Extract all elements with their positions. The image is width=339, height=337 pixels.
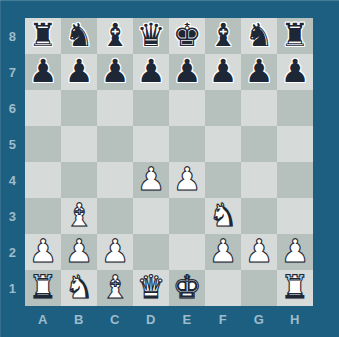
square-b7[interactable]: ♟: [61, 54, 97, 90]
square-f5[interactable]: [205, 126, 241, 162]
square-a4[interactable]: [25, 162, 61, 198]
square-g2[interactable]: ♟: [241, 234, 277, 270]
square-a3[interactable]: [25, 198, 61, 234]
square-e5[interactable]: [169, 126, 205, 162]
square-b2[interactable]: ♟: [61, 234, 97, 270]
file-labels: ABCDEFGH: [25, 306, 313, 332]
rank-label-6: 6: [0, 90, 25, 126]
square-c1[interactable]: ♝: [97, 270, 133, 306]
square-e1[interactable]: ♚: [169, 270, 205, 306]
square-h4[interactable]: [277, 162, 313, 198]
square-a2[interactable]: ♟: [25, 234, 61, 270]
white-pawn-c2[interactable]: ♟: [101, 235, 130, 267]
square-a8[interactable]: ♜: [25, 18, 61, 54]
square-a7[interactable]: ♟: [25, 54, 61, 90]
black-rook-a8[interactable]: ♜: [29, 19, 58, 51]
chess-board-panel: 87654321 ♜♞♝♛♚♝♞♜♟♟♟♟♟♟♟♟♟♟♝♞♟♟♟♟♟♟♜♞♝♛♚…: [0, 0, 339, 337]
square-d6[interactable]: [133, 90, 169, 126]
square-b4[interactable]: [61, 162, 97, 198]
white-rook-a1[interactable]: ♜: [29, 271, 58, 303]
rank-labels: 87654321: [0, 18, 25, 306]
square-g7[interactable]: ♟: [241, 54, 277, 90]
white-pawn-a2[interactable]: ♟: [29, 235, 58, 267]
black-pawn-c7[interactable]: ♟: [101, 55, 130, 87]
rank-label-4: 4: [0, 162, 25, 198]
square-f4[interactable]: [205, 162, 241, 198]
file-label-c: C: [97, 306, 133, 332]
square-a5[interactable]: [25, 126, 61, 162]
black-king-e8[interactable]: ♚: [173, 19, 202, 51]
square-f8[interactable]: ♝: [205, 18, 241, 54]
black-pawn-f7[interactable]: ♟: [209, 55, 238, 87]
white-knight-f3[interactable]: ♞: [209, 199, 238, 231]
black-bishop-c8[interactable]: ♝: [101, 19, 130, 51]
square-d8[interactable]: ♛: [133, 18, 169, 54]
black-pawn-h7[interactable]: ♟: [281, 55, 310, 87]
square-h8[interactable]: ♜: [277, 18, 313, 54]
square-d5[interactable]: [133, 126, 169, 162]
black-pawn-b7[interactable]: ♟: [65, 55, 94, 87]
black-queen-d8[interactable]: ♛: [137, 19, 166, 51]
square-e7[interactable]: ♟: [169, 54, 205, 90]
black-pawn-e7[interactable]: ♟: [173, 55, 202, 87]
square-b1[interactable]: ♞: [61, 270, 97, 306]
square-c6[interactable]: [97, 90, 133, 126]
rank-label-3: 3: [0, 198, 25, 234]
square-d7[interactable]: ♟: [133, 54, 169, 90]
white-queen-d1[interactable]: ♛: [137, 271, 166, 303]
file-label-h: H: [277, 306, 313, 332]
black-bishop-f8[interactable]: ♝: [209, 19, 238, 51]
square-g4[interactable]: [241, 162, 277, 198]
white-pawn-f2[interactable]: ♟: [209, 235, 238, 267]
square-c7[interactable]: ♟: [97, 54, 133, 90]
square-h7[interactable]: ♟: [277, 54, 313, 90]
rank-label-1: 1: [0, 270, 25, 306]
square-b5[interactable]: [61, 126, 97, 162]
square-e6[interactable]: [169, 90, 205, 126]
square-h1[interactable]: ♜: [277, 270, 313, 306]
chess-board[interactable]: ♜♞♝♛♚♝♞♜♟♟♟♟♟♟♟♟♟♟♝♞♟♟♟♟♟♟♜♞♝♛♚♜: [25, 18, 313, 306]
square-c8[interactable]: ♝: [97, 18, 133, 54]
rank-label-2: 2: [0, 234, 25, 270]
square-h3[interactable]: [277, 198, 313, 234]
file-label-b: B: [61, 306, 97, 332]
rank-label-5: 5: [0, 126, 25, 162]
square-e4[interactable]: ♟: [169, 162, 205, 198]
white-pawn-e4[interactable]: ♟: [173, 163, 202, 195]
white-king-e1[interactable]: ♚: [173, 271, 202, 303]
square-b8[interactable]: ♞: [61, 18, 97, 54]
square-e2[interactable]: [169, 234, 205, 270]
square-h2[interactable]: ♟: [277, 234, 313, 270]
square-b3[interactable]: ♝: [61, 198, 97, 234]
white-pawn-b2[interactable]: ♟: [65, 235, 94, 267]
square-a6[interactable]: [25, 90, 61, 126]
square-d3[interactable]: [133, 198, 169, 234]
white-knight-b1[interactable]: ♞: [65, 271, 94, 303]
square-h5[interactable]: [277, 126, 313, 162]
square-g3[interactable]: [241, 198, 277, 234]
square-c2[interactable]: ♟: [97, 234, 133, 270]
white-bishop-b3[interactable]: ♝: [65, 199, 94, 231]
file-label-e: E: [169, 306, 205, 332]
square-g1[interactable]: [241, 270, 277, 306]
square-c5[interactable]: [97, 126, 133, 162]
black-pawn-g7[interactable]: ♟: [245, 55, 274, 87]
square-c4[interactable]: [97, 162, 133, 198]
square-h6[interactable]: [277, 90, 313, 126]
file-label-a: A: [25, 306, 61, 332]
square-d4[interactable]: ♟: [133, 162, 169, 198]
white-rook-h1[interactable]: ♜: [281, 271, 310, 303]
file-label-g: G: [241, 306, 277, 332]
square-e3[interactable]: [169, 198, 205, 234]
square-e8[interactable]: ♚: [169, 18, 205, 54]
black-knight-b8[interactable]: ♞: [65, 19, 94, 51]
square-c3[interactable]: [97, 198, 133, 234]
white-pawn-d4[interactable]: ♟: [137, 163, 166, 195]
white-bishop-c1[interactable]: ♝: [101, 271, 130, 303]
square-d2[interactable]: [133, 234, 169, 270]
white-pawn-g2[interactable]: ♟: [245, 235, 274, 267]
square-f7[interactable]: ♟: [205, 54, 241, 90]
white-pawn-h2[interactable]: ♟: [281, 235, 310, 267]
black-pawn-a7[interactable]: ♟: [29, 55, 58, 87]
square-f2[interactable]: ♟: [205, 234, 241, 270]
black-knight-g8[interactable]: ♞: [245, 19, 274, 51]
black-pawn-d7[interactable]: ♟: [137, 55, 166, 87]
square-g5[interactable]: [241, 126, 277, 162]
square-a1[interactable]: ♜: [25, 270, 61, 306]
square-f1[interactable]: [205, 270, 241, 306]
rank-label-8: 8: [0, 18, 25, 54]
file-label-f: F: [205, 306, 241, 332]
square-g8[interactable]: ♞: [241, 18, 277, 54]
square-g6[interactable]: [241, 90, 277, 126]
rank-label-7: 7: [0, 54, 25, 90]
square-d1[interactable]: ♛: [133, 270, 169, 306]
square-f3[interactable]: ♞: [205, 198, 241, 234]
black-rook-h8[interactable]: ♜: [281, 19, 310, 51]
file-label-d: D: [133, 306, 169, 332]
square-b6[interactable]: [61, 90, 97, 126]
square-f6[interactable]: [205, 90, 241, 126]
